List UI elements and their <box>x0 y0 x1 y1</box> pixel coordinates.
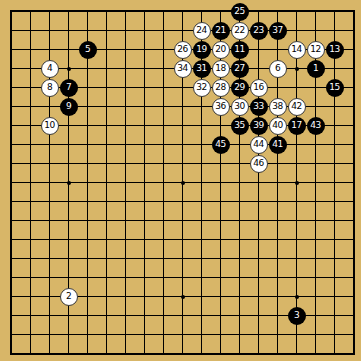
stone-19-black-L17: 19 <box>193 41 211 59</box>
stone-2-white-D4: 2 <box>60 288 78 306</box>
stone-15-black-S15: 15 <box>326 79 344 97</box>
stone-10-white-C13: 10 <box>41 117 59 135</box>
stone-28-white-M15: 28 <box>212 79 230 97</box>
stone-41-black-P12: 41 <box>269 136 287 154</box>
stone-40-white-P13: 40 <box>269 117 287 135</box>
go-board[interactable]: 1234567891011121314151617181920212223242… <box>0 0 361 361</box>
stone-3-black-Q3: 3 <box>288 307 306 325</box>
stone-45-black-M12: 45 <box>212 136 230 154</box>
star-point <box>67 181 71 185</box>
star-point <box>67 67 71 71</box>
stone-4-white-C16: 4 <box>41 60 59 78</box>
stone-25-black-N19: 25 <box>231 3 249 21</box>
stone-8-white-C15: 8 <box>41 79 59 97</box>
stone-21-black-M18: 21 <box>212 22 230 40</box>
stone-27-black-N16: 27 <box>231 60 249 78</box>
star-point <box>181 295 185 299</box>
stone-34-white-K16: 34 <box>174 60 192 78</box>
stone-31-black-L16: 31 <box>193 60 211 78</box>
stone-36-white-M14: 36 <box>212 98 230 116</box>
stone-18-white-M16: 18 <box>212 60 230 78</box>
stone-39-black-O13: 39 <box>250 117 268 135</box>
stone-13-black-S17: 13 <box>326 41 344 59</box>
stone-17-black-Q13: 17 <box>288 117 306 135</box>
stone-14-white-Q17: 14 <box>288 41 306 59</box>
stone-5-black-E17: 5 <box>79 41 97 59</box>
stone-38-white-P14: 38 <box>269 98 287 116</box>
stone-1-black-R16: 1 <box>307 60 325 78</box>
stone-23-black-O18: 23 <box>250 22 268 40</box>
star-point <box>295 295 299 299</box>
stone-7-black-D15: 7 <box>60 79 78 97</box>
stone-43-black-R13: 43 <box>307 117 325 135</box>
stone-42-white-Q14: 42 <box>288 98 306 116</box>
stone-6-white-P16: 6 <box>269 60 287 78</box>
stone-35-black-N13: 35 <box>231 117 249 135</box>
stone-33-black-O14: 33 <box>250 98 268 116</box>
stone-9-black-D14: 9 <box>60 98 78 116</box>
star-point <box>295 181 299 185</box>
stone-16-white-O15: 16 <box>250 79 268 97</box>
stone-37-black-P18: 37 <box>269 22 287 40</box>
board-points-grid: 1234567891011121314151617181920212223242… <box>2 2 361 361</box>
stone-20-white-M17: 20 <box>212 41 230 59</box>
stone-44-white-O12: 44 <box>250 136 268 154</box>
stone-11-black-N17: 11 <box>231 41 249 59</box>
stone-26-white-K17: 26 <box>174 41 192 59</box>
stone-12-white-R17: 12 <box>307 41 325 59</box>
star-point <box>181 181 185 185</box>
stone-22-white-N18: 22 <box>231 22 249 40</box>
stone-46-white-O11: 46 <box>250 155 268 173</box>
stone-24-white-L18: 24 <box>193 22 211 40</box>
star-point <box>295 67 299 71</box>
stone-30-white-N14: 30 <box>231 98 249 116</box>
stone-29-black-N15: 29 <box>231 79 249 97</box>
stone-32-white-L15: 32 <box>193 79 211 97</box>
